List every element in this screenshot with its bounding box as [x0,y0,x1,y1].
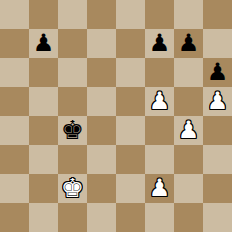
square-g1[interactable] [174,203,203,232]
square-b3[interactable] [29,145,58,174]
square-a7[interactable] [0,29,29,58]
white-pawn[interactable]: ♟ [207,87,229,116]
square-g4[interactable]: ♟ [174,116,203,145]
square-h8[interactable] [203,0,232,29]
black-pawn[interactable]: ♟ [33,29,55,58]
square-b8[interactable] [29,0,58,29]
square-e8[interactable] [116,0,145,29]
square-e3[interactable] [116,145,145,174]
square-d4[interactable] [87,116,116,145]
square-c7[interactable] [58,29,87,58]
black-king[interactable]: ♚ [61,116,84,145]
square-g7[interactable]: ♟ [174,29,203,58]
square-c1[interactable] [58,203,87,232]
square-h1[interactable] [203,203,232,232]
chess-board: ♟♟♟♟♟♟♚♟♚♟ [0,0,232,232]
square-f3[interactable] [145,145,174,174]
white-pawn[interactable]: ♟ [178,116,200,145]
square-g8[interactable] [174,0,203,29]
square-d6[interactable] [87,58,116,87]
black-pawn[interactable]: ♟ [178,29,200,58]
square-h5[interactable]: ♟ [203,87,232,116]
square-a3[interactable] [0,145,29,174]
square-f8[interactable] [145,0,174,29]
square-e1[interactable] [116,203,145,232]
square-g3[interactable] [174,145,203,174]
white-pawn[interactable]: ♟ [149,87,171,116]
square-c4[interactable]: ♚ [58,116,87,145]
square-c6[interactable] [58,58,87,87]
white-pawn[interactable]: ♟ [149,174,171,203]
square-c5[interactable] [58,87,87,116]
square-d2[interactable] [87,174,116,203]
square-e5[interactable] [116,87,145,116]
black-pawn[interactable]: ♟ [207,58,229,87]
square-d5[interactable] [87,87,116,116]
square-b5[interactable] [29,87,58,116]
square-b1[interactable] [29,203,58,232]
square-f4[interactable] [145,116,174,145]
square-a8[interactable] [0,0,29,29]
square-h6[interactable]: ♟ [203,58,232,87]
square-d3[interactable] [87,145,116,174]
square-b4[interactable] [29,116,58,145]
square-h3[interactable] [203,145,232,174]
square-a1[interactable] [0,203,29,232]
square-a4[interactable] [0,116,29,145]
square-e2[interactable] [116,174,145,203]
square-e6[interactable] [116,58,145,87]
square-d8[interactable] [87,0,116,29]
square-f2[interactable]: ♟ [145,174,174,203]
square-b6[interactable] [29,58,58,87]
square-f7[interactable]: ♟ [145,29,174,58]
square-f6[interactable] [145,58,174,87]
white-king[interactable]: ♚ [61,174,84,203]
square-g5[interactable] [174,87,203,116]
square-c2[interactable]: ♚ [58,174,87,203]
square-a2[interactable] [0,174,29,203]
square-h7[interactable] [203,29,232,58]
square-e7[interactable] [116,29,145,58]
square-d7[interactable] [87,29,116,58]
square-b2[interactable] [29,174,58,203]
square-h4[interactable] [203,116,232,145]
square-f5[interactable]: ♟ [145,87,174,116]
square-d1[interactable] [87,203,116,232]
square-g2[interactable] [174,174,203,203]
square-f1[interactable] [145,203,174,232]
black-pawn[interactable]: ♟ [149,29,171,58]
square-g6[interactable] [174,58,203,87]
square-c3[interactable] [58,145,87,174]
square-b7[interactable]: ♟ [29,29,58,58]
square-a6[interactable] [0,58,29,87]
square-c8[interactable] [58,0,87,29]
square-e4[interactable] [116,116,145,145]
board-container: ♟♟♟♟♟♟♚♟♚♟ [0,0,232,232]
square-h2[interactable] [203,174,232,203]
square-a5[interactable] [0,87,29,116]
